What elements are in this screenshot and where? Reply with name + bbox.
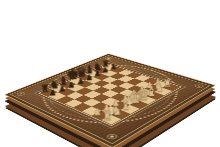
squares-grid: ♜♟♟♜♞♟♟♞♝♟♟♝♛♟♟♛♚♟♟♚♝♟♟♝♞♟♟♞♜♟♟♜ (41, 65, 179, 125)
corner-rosette (191, 83, 208, 90)
piece-white-knight: ♞ (111, 104, 123, 117)
chess-board: ♜♟♟♜♞♟♟♞♝♟♟♝♛♟♟♛♚♟♟♚♝♟♟♝♞♟♟♞♜♟♟♜ (4, 54, 216, 147)
piece-black-pawn: ♟ (102, 67, 109, 75)
product-photo: ♜♟♟♜♞♟♟♞♝♟♟♝♛♟♟♛♚♟♟♚♝♟♟♝♞♟♟♞♜♟♟♜ (0, 0, 220, 147)
playing-field: ♜♟♟♜♞♟♟♞♝♟♟♝♛♟♟♛♚♟♟♚♝♟♟♝♞♟♟♞♜♟♟♜ (38, 64, 182, 126)
piece-black-pawn: ♟ (59, 85, 67, 93)
piece-black-pawn: ♟ (110, 64, 117, 72)
piece-black-pawn: ♟ (49, 89, 57, 98)
piece-black-pawn: ♟ (86, 74, 93, 82)
corner-rosette (13, 90, 30, 97)
piece-white-pawn: ♟ (93, 108, 102, 117)
piece-black-pawn: ♟ (77, 78, 84, 86)
perspective-scene: ♜♟♟♜♞♟♟♞♝♟♟♝♛♟♟♛♚♟♟♚♝♟♟♝♞♟♟♞♜♟♟♜ (32, 12, 188, 147)
square-d6 (93, 80, 110, 87)
piece-black-pawn: ♟ (68, 81, 75, 89)
corner-rosette (102, 131, 123, 142)
piece-white-rook: ♜ (101, 110, 112, 122)
piece-black-pawn: ♟ (94, 71, 101, 79)
